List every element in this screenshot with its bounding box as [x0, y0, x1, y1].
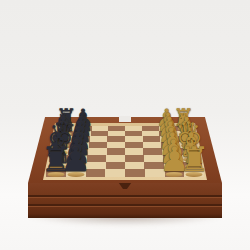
square: ♞ [48, 162, 67, 170]
square: ♟ [162, 148, 180, 155]
square: ♛ [179, 142, 197, 148]
piece-base [162, 132, 175, 136]
square: ♟ [163, 155, 182, 162]
square: ♟ [161, 142, 179, 148]
piece-base [73, 143, 87, 148]
square: ♟ [165, 169, 185, 177]
piece-base [164, 157, 180, 162]
piece-base [178, 127, 190, 131]
piece-base [182, 150, 197, 155]
square: ♞ [183, 162, 202, 170]
board-row: ♜♟♟♜ [46, 169, 204, 177]
piece-base [181, 143, 195, 148]
square: ♟ [70, 148, 88, 155]
piece-base [71, 150, 86, 155]
piece-base [76, 132, 89, 136]
piece-base [55, 143, 69, 148]
square: ♝ [49, 155, 68, 162]
board-row: ♝♟♟♝ [49, 155, 200, 162]
square [86, 162, 105, 170]
square: ♟ [164, 162, 183, 170]
piece-base [67, 172, 84, 177]
square: ♟ [71, 142, 89, 148]
piece-base [166, 172, 183, 177]
chess-set-product-photo: ♜♟♟♜♞♟♟♞♝♟♟♝♛♟♟♛♚♟♟♚♝♟♟♝♞♟♟♞♜♟♟♜ [0, 0, 250, 250]
piece-base [179, 132, 192, 136]
groove-highlight [28, 206, 222, 207]
square: ♜ [46, 169, 66, 177]
square [86, 169, 106, 177]
square [88, 148, 106, 155]
square: ♟ [67, 162, 86, 170]
piece-base [161, 127, 173, 131]
square [107, 148, 125, 155]
piece-base [53, 150, 68, 155]
square: ♟ [68, 155, 87, 162]
piece-base [47, 172, 64, 177]
square [105, 169, 125, 177]
piece-base [186, 172, 203, 177]
piece-base [77, 127, 89, 131]
square [125, 148, 143, 155]
groove-highlight [28, 197, 222, 198]
square: ♜ [184, 169, 204, 177]
square: ♛ [53, 142, 71, 148]
square: ♚ [51, 148, 69, 155]
board-row: ♞♟♟♞ [48, 162, 203, 170]
square: ♝ [182, 155, 201, 162]
square [125, 169, 145, 177]
chess-board: ♜♟♟♜♞♟♟♞♝♟♟♝♛♟♟♛♚♟♟♚♝♟♟♝♞♟♟♞♜♟♟♜ [0, 126, 250, 177]
square: ♟ [66, 169, 86, 177]
piece-base [59, 132, 72, 136]
board-row: ♚♟♟♚ [51, 148, 199, 155]
piece-base [51, 157, 67, 162]
square [145, 169, 165, 177]
square [144, 155, 163, 162]
square [87, 155, 106, 162]
square: ♚ [180, 148, 198, 155]
square [106, 162, 125, 170]
square [143, 148, 161, 155]
piece-base [70, 157, 86, 162]
piece-base [60, 127, 72, 131]
square [125, 155, 144, 162]
square [125, 162, 144, 170]
piece-base [183, 157, 199, 162]
piece-base [164, 150, 179, 155]
square [144, 162, 163, 170]
piece-base [163, 143, 177, 148]
back-notch [119, 116, 131, 122]
square [106, 155, 125, 162]
